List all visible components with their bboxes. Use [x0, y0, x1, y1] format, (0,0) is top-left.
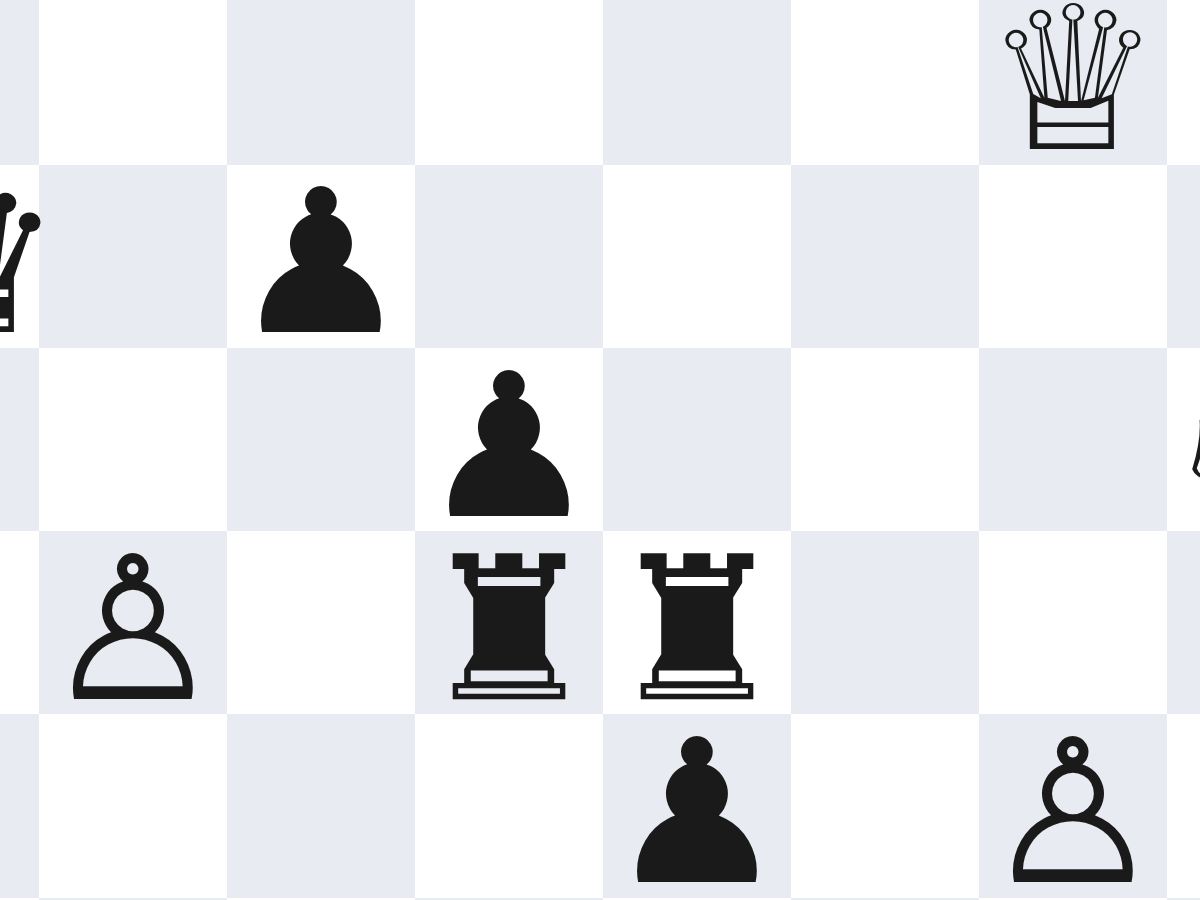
square-g7[interactable]: ♕	[979, 0, 1167, 165]
square-e5[interactable]	[603, 348, 791, 531]
white-queen-piece[interactable]: ♕	[983, 0, 1162, 180]
square-g5[interactable]	[979, 348, 1167, 531]
square-h5[interactable]: ♘	[1167, 348, 1200, 531]
square-d5[interactable]: ♟	[415, 348, 603, 531]
square-h6[interactable]	[1167, 165, 1200, 348]
square-c7[interactable]	[227, 0, 415, 165]
square-c5[interactable]	[227, 348, 415, 531]
black-pawn-piece[interactable]: ♟	[231, 163, 410, 363]
black-rook-piece[interactable]: ♜	[419, 530, 598, 730]
square-f3[interactable]	[791, 714, 979, 897]
square-d7[interactable]	[415, 0, 603, 165]
square-c4[interactable]	[227, 531, 415, 714]
chess-board: ♕♛♟♟♘♙♜♜♟♙	[0, 0, 1200, 900]
black-pawn-piece[interactable]: ♟	[607, 713, 786, 900]
square-f7[interactable]	[791, 0, 979, 165]
square-c6[interactable]: ♟	[227, 165, 415, 348]
square-h3[interactable]	[1167, 714, 1200, 897]
square-e6[interactable]	[603, 165, 791, 348]
square-c3[interactable]	[227, 714, 415, 897]
square-g4[interactable]	[979, 531, 1167, 714]
square-b7[interactable]	[39, 0, 227, 165]
square-g3[interactable]: ♙	[979, 714, 1167, 897]
chessboard-viewport: ♕♛♟♟♘♙♜♜♟♙	[0, 0, 1200, 900]
square-a4[interactable]	[0, 531, 39, 714]
white-pawn-piece[interactable]: ♙	[43, 530, 222, 730]
square-a7[interactable]	[0, 0, 39, 165]
white-knight-piece[interactable]: ♘	[1159, 347, 1200, 547]
square-g6[interactable]	[979, 165, 1167, 348]
square-e7[interactable]	[603, 0, 791, 165]
square-b5[interactable]	[39, 348, 227, 531]
square-d4[interactable]: ♜	[415, 531, 603, 714]
square-a3[interactable]	[0, 714, 39, 897]
white-pawn-piece[interactable]: ♙	[983, 713, 1162, 900]
square-e4[interactable]: ♜	[603, 531, 791, 714]
square-e3[interactable]: ♟	[603, 714, 791, 897]
square-h7[interactable]	[1167, 0, 1200, 165]
square-d6[interactable]	[415, 165, 603, 348]
square-f5[interactable]	[791, 348, 979, 531]
square-b6[interactable]	[39, 165, 227, 348]
square-d3[interactable]	[415, 714, 603, 897]
square-f6[interactable]	[791, 165, 979, 348]
black-queen-piece[interactable]: ♛	[0, 163, 63, 363]
square-b4[interactable]: ♙	[39, 531, 227, 714]
square-a6[interactable]: ♛	[0, 165, 39, 348]
square-f4[interactable]	[791, 531, 979, 714]
square-b3[interactable]	[39, 714, 227, 897]
